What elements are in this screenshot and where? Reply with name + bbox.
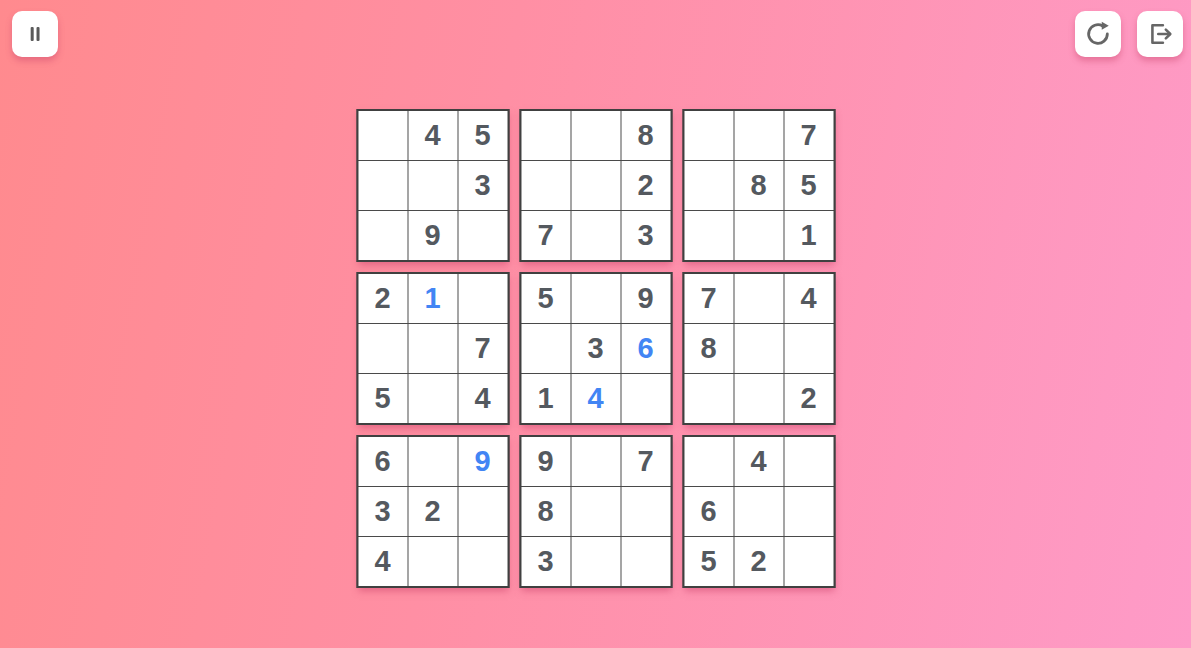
sudoku-box: 21754 [356,272,509,425]
sudoku-cell-r9c6[interactable] [621,537,670,586]
restart-button[interactable] [1075,11,1121,57]
sudoku-cell-r6c5[interactable]: 4 [571,374,620,423]
sudoku-cell-r3c9[interactable]: 1 [784,211,833,260]
sudoku-cell-r4c2[interactable]: 1 [408,274,457,323]
sudoku-cell-r6c7[interactable] [684,374,733,423]
sudoku-cell-r8c5[interactable] [571,487,620,536]
sudoku-cell-r2c9[interactable]: 5 [784,161,833,210]
sudoku-cell-r3c2[interactable]: 9 [408,211,457,260]
sudoku-cell-r7c4[interactable]: 9 [521,437,570,486]
sudoku-cell-r7c1[interactable]: 6 [358,437,407,486]
sudoku-cell-r5c4[interactable] [521,324,570,373]
sudoku-cell-r8c7[interactable]: 6 [684,487,733,536]
sudoku-cell-r5c2[interactable] [408,324,457,373]
sudoku-cell-r8c4[interactable]: 8 [521,487,570,536]
sudoku-cell-r7c2[interactable] [408,437,457,486]
sudoku-cell-r9c9[interactable] [784,537,833,586]
sudoku-cell-r8c2[interactable]: 2 [408,487,457,536]
sudoku-cell-r7c7[interactable] [684,437,733,486]
sudoku-cell-r7c9[interactable] [784,437,833,486]
sudoku-cell-r3c7[interactable] [684,211,733,260]
sudoku-cell-r1c6[interactable]: 8 [621,111,670,160]
sudoku-cell-r1c5[interactable] [571,111,620,160]
sudoku-cell-r4c3[interactable] [458,274,507,323]
sudoku-cell-r6c1[interactable]: 5 [358,374,407,423]
sudoku-cell-r9c5[interactable] [571,537,620,586]
sudoku-box: 69324 [356,435,509,588]
pause-icon [22,21,48,47]
sudoku-cell-r4c5[interactable] [571,274,620,323]
sudoku-box: 4652 [682,435,835,588]
sudoku-cell-r9c4[interactable]: 3 [521,537,570,586]
sudoku-cell-r8c3[interactable] [458,487,507,536]
sudoku-cell-r3c8[interactable] [734,211,783,260]
sudoku-cell-r1c2[interactable]: 4 [408,111,457,160]
sudoku-cell-r7c5[interactable] [571,437,620,486]
sudoku-cell-r2c4[interactable] [521,161,570,210]
sudoku-cell-r5c8[interactable] [734,324,783,373]
sudoku-cell-r6c8[interactable] [734,374,783,423]
sudoku-cell-r2c7[interactable] [684,161,733,210]
sudoku-cell-r1c4[interactable] [521,111,570,160]
sudoku-box: 7482 [682,272,835,425]
exit-button[interactable] [1137,11,1183,57]
sudoku-cell-r2c5[interactable] [571,161,620,210]
sudoku-cell-r8c1[interactable]: 3 [358,487,407,536]
sudoku-cell-r1c1[interactable] [358,111,407,160]
sudoku-cell-r4c6[interactable]: 9 [621,274,670,323]
sudoku-box: 7851 [682,109,835,262]
sudoku-cell-r3c5[interactable] [571,211,620,260]
restart-icon [1084,20,1112,48]
sudoku-cell-r3c3[interactable] [458,211,507,260]
sudoku-cell-r6c9[interactable]: 2 [784,374,833,423]
sudoku-cell-r5c3[interactable]: 7 [458,324,507,373]
sudoku-box: 9783 [519,435,672,588]
sudoku-cell-r2c8[interactable]: 8 [734,161,783,210]
sudoku-cell-r2c3[interactable]: 3 [458,161,507,210]
sudoku-cell-r8c6[interactable] [621,487,670,536]
sudoku-box: 8273 [519,109,672,262]
sudoku-cell-r9c1[interactable]: 4 [358,537,407,586]
sudoku-cell-r1c7[interactable] [684,111,733,160]
sudoku-cell-r7c6[interactable]: 7 [621,437,670,486]
sudoku-cell-r4c4[interactable]: 5 [521,274,570,323]
sudoku-cell-r7c3[interactable]: 9 [458,437,507,486]
sudoku-cell-r6c6[interactable] [621,374,670,423]
sudoku-cell-r5c5[interactable]: 3 [571,324,620,373]
sudoku-cell-r9c7[interactable]: 5 [684,537,733,586]
sudoku-cell-r5c9[interactable] [784,324,833,373]
sudoku-cell-r8c8[interactable] [734,487,783,536]
sudoku-cell-r9c8[interactable]: 2 [734,537,783,586]
sudoku-cell-r1c8[interactable] [734,111,783,160]
sudoku-cell-r6c2[interactable] [408,374,457,423]
sudoku-cell-r8c9[interactable] [784,487,833,536]
sudoku-cell-r4c7[interactable]: 7 [684,274,733,323]
sudoku-cell-r4c8[interactable] [734,274,783,323]
sudoku-cell-r5c7[interactable]: 8 [684,324,733,373]
sudoku-cell-r2c6[interactable]: 2 [621,161,670,210]
pause-button[interactable] [12,11,58,57]
sudoku-cell-r1c3[interactable]: 5 [458,111,507,160]
sudoku-cell-r1c9[interactable]: 7 [784,111,833,160]
sudoku-cell-r4c9[interactable]: 4 [784,274,833,323]
sudoku-cell-r5c1[interactable] [358,324,407,373]
sudoku-cell-r2c1[interactable] [358,161,407,210]
sudoku-cell-r9c2[interactable] [408,537,457,586]
sudoku-cell-r3c1[interactable] [358,211,407,260]
sudoku-box: 593614 [519,272,672,425]
sudoku-board: 4539827378512175459361474826932497834652 [356,109,835,588]
sudoku-cell-r6c3[interactable]: 4 [458,374,507,423]
sudoku-cell-r9c3[interactable] [458,537,507,586]
sudoku-cell-r3c4[interactable]: 7 [521,211,570,260]
sudoku-cell-r3c6[interactable]: 3 [621,211,670,260]
sudoku-cell-r5c6[interactable]: 6 [621,324,670,373]
sudoku-cell-r7c8[interactable]: 4 [734,437,783,486]
exit-icon [1146,20,1174,48]
sudoku-cell-r4c1[interactable]: 2 [358,274,407,323]
sudoku-cell-r2c2[interactable] [408,161,457,210]
sudoku-box: 4539 [356,109,509,262]
sudoku-cell-r6c4[interactable]: 1 [521,374,570,423]
